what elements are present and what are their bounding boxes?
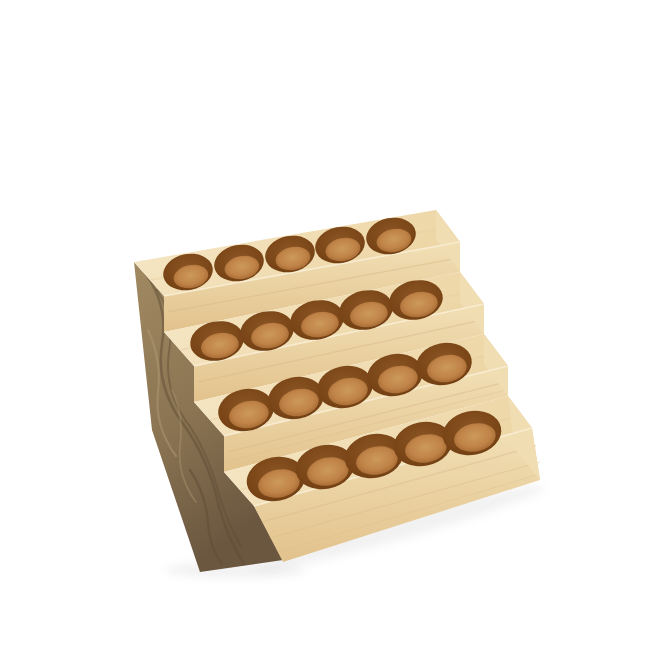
display-stand-photo <box>0 0 660 660</box>
photo-canvas: Unfinished pine wood four-tier step disp… <box>0 0 660 660</box>
